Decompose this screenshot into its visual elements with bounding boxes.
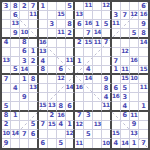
cell-r15c10[interactable]: 5 bbox=[84, 130, 93, 139]
cell-r4c1[interactable] bbox=[2, 29, 11, 38]
cell-value: 7 bbox=[123, 12, 127, 19]
cell-value: 2 bbox=[22, 3, 26, 10]
cell-r8c14[interactable]: 11 bbox=[121, 66, 130, 75]
cell-r9c9[interactable] bbox=[75, 75, 84, 84]
cell-r1c13[interactable] bbox=[112, 2, 121, 11]
cell-r2c5[interactable] bbox=[39, 11, 48, 20]
cell-r13c10[interactable]: 3 bbox=[84, 112, 93, 121]
cell-value: 15 bbox=[112, 131, 119, 137]
cell-r4c7[interactable]: 11 bbox=[57, 29, 66, 38]
cell-value: 5 bbox=[4, 103, 8, 110]
cell-r8c15[interactable] bbox=[130, 66, 139, 75]
cell-r15c4[interactable]: 6 bbox=[29, 130, 38, 139]
cell-r13c4[interactable] bbox=[29, 112, 38, 121]
cell-r10c10[interactable] bbox=[84, 84, 93, 93]
cell-r7c12[interactable] bbox=[102, 57, 111, 66]
cell-value: 15 bbox=[48, 122, 55, 128]
cell-r10c15[interactable] bbox=[130, 84, 139, 93]
cell-r10c2[interactable]: 4 bbox=[11, 84, 20, 93]
cell-r15c12[interactable] bbox=[102, 130, 111, 139]
cell-value: 8 bbox=[22, 39, 26, 46]
cell-r6c16[interactable] bbox=[139, 48, 148, 57]
cell-r2c13[interactable]: 3 bbox=[112, 11, 121, 20]
cell-r14c7[interactable]: 4 bbox=[57, 121, 66, 130]
cell-r6c4[interactable]: 1 bbox=[29, 48, 38, 57]
cell-r3c14[interactable] bbox=[121, 20, 130, 29]
cell-r3c9[interactable]: 6 bbox=[75, 20, 84, 29]
cell-r14c6[interactable]: 15 bbox=[48, 121, 57, 130]
cell-r7c11[interactable] bbox=[93, 57, 102, 66]
cell-r16c15[interactable]: 1 bbox=[130, 139, 139, 148]
cell-value: 15 bbox=[85, 40, 92, 46]
cell-r14c14[interactable] bbox=[121, 121, 130, 130]
cell-value: 6 bbox=[59, 66, 63, 73]
cell-r12c7[interactable]: 8 bbox=[57, 102, 66, 111]
cell-r7c9[interactable]: 1 bbox=[75, 57, 84, 66]
cell-r9c10[interactable]: 14 bbox=[84, 75, 93, 84]
cell-r8c2[interactable]: 5 bbox=[11, 66, 20, 75]
cell-value: 7 bbox=[22, 131, 26, 138]
cell-r13c8[interactable] bbox=[66, 112, 75, 121]
cell-r2c1[interactable] bbox=[2, 11, 11, 20]
cell-value: 16 bbox=[85, 21, 92, 27]
cell-r6c5[interactable]: 13 bbox=[39, 48, 48, 57]
cell-r14c1[interactable]: 2 bbox=[2, 121, 11, 130]
cell-r2c15[interactable]: 12 bbox=[130, 11, 139, 20]
cell-r15c7[interactable] bbox=[57, 130, 66, 139]
cell-r1c4[interactable]: 7 bbox=[29, 2, 38, 11]
cell-r2c3[interactable] bbox=[20, 11, 29, 20]
cell-r6c8[interactable] bbox=[66, 48, 75, 57]
cell-r16c14[interactable]: 14 bbox=[121, 139, 130, 148]
cell-value: 9 bbox=[13, 30, 17, 37]
cell-r10c6[interactable] bbox=[48, 84, 57, 93]
cell-r15c15[interactable]: 13 bbox=[130, 130, 139, 139]
cell-r16c13[interactable]: 4 bbox=[112, 139, 121, 148]
cell-r1c15[interactable] bbox=[130, 2, 139, 11]
cell-r11c6[interactable] bbox=[48, 93, 57, 102]
cell-value: 6 bbox=[77, 21, 81, 28]
cell-r15c13[interactable]: 15 bbox=[112, 130, 121, 139]
cell-r9c13[interactable] bbox=[112, 75, 121, 84]
cell-r5c6[interactable] bbox=[48, 39, 57, 48]
cell-value: 3 bbox=[113, 12, 117, 19]
cell-r4c8[interactable]: 2 bbox=[66, 29, 75, 38]
cell-r5c1[interactable]: 4 bbox=[2, 39, 11, 48]
cell-r10c16[interactable]: 11 bbox=[139, 84, 148, 93]
cell-r8c7[interactable]: 6 bbox=[57, 66, 66, 75]
cell-r4c6[interactable] bbox=[48, 29, 57, 38]
cell-value: 11 bbox=[130, 113, 137, 119]
cell-value: 12 bbox=[66, 131, 73, 137]
cell-r11c15[interactable] bbox=[130, 93, 139, 102]
cell-r2c6[interactable] bbox=[48, 11, 57, 20]
cell-r3c15[interactable] bbox=[130, 20, 139, 29]
cell-r6c10[interactable] bbox=[84, 48, 93, 57]
cell-r5c10[interactable]: 15 bbox=[84, 39, 93, 48]
cell-r12c13[interactable] bbox=[112, 102, 121, 111]
cell-r15c9[interactable] bbox=[75, 130, 84, 139]
cell-r13c2[interactable]: 1 bbox=[11, 112, 20, 121]
cell-value: 8 bbox=[59, 103, 63, 110]
cell-r4c3[interactable]: 10 bbox=[20, 29, 29, 38]
cell-r13c7[interactable]: 16 bbox=[57, 112, 66, 121]
cell-r4c13[interactable] bbox=[112, 29, 121, 38]
cell-r10c12[interactable]: 8 bbox=[102, 84, 111, 93]
cell-r13c13[interactable] bbox=[112, 112, 121, 121]
cell-r8c5[interactable]: 8 bbox=[39, 66, 48, 75]
cell-value: 7 bbox=[40, 121, 44, 128]
cell-r11c11[interactable] bbox=[93, 93, 102, 102]
cell-r8c8[interactable] bbox=[66, 66, 75, 75]
cell-r16c12[interactable]: 10 bbox=[102, 139, 111, 148]
cell-r14c11[interactable]: 13 bbox=[93, 121, 102, 130]
cell-r14c12[interactable] bbox=[102, 121, 111, 130]
cell-r2c8[interactable] bbox=[66, 11, 75, 20]
cell-r15c11[interactable] bbox=[93, 130, 102, 139]
cell-r9c16[interactable] bbox=[139, 75, 148, 84]
cell-r2c2[interactable]: 6 bbox=[11, 11, 20, 20]
cell-r1c12[interactable]: 12 bbox=[102, 2, 111, 11]
cell-r15c16[interactable] bbox=[139, 130, 148, 139]
cell-r5c9[interactable]: 2 bbox=[75, 39, 84, 48]
cell-r16c16[interactable]: 7 bbox=[139, 139, 148, 148]
cell-r11c2[interactable] bbox=[11, 93, 20, 102]
cell-r16c1[interactable]: 9 bbox=[2, 139, 11, 148]
cell-r11c9[interactable] bbox=[75, 93, 84, 102]
cell-r3c10[interactable]: 16 bbox=[84, 20, 93, 29]
cell-r5c16[interactable]: 14 bbox=[139, 39, 148, 48]
cell-r6c15[interactable] bbox=[130, 48, 139, 57]
cell-r4c12[interactable] bbox=[102, 29, 111, 38]
cell-value: 8 bbox=[67, 21, 71, 28]
cell-r1c7[interactable] bbox=[57, 2, 66, 11]
cell-r16c4[interactable] bbox=[29, 139, 38, 148]
cell-r14c10[interactable] bbox=[84, 121, 93, 130]
cell-r9c7[interactable]: 12 bbox=[57, 75, 66, 84]
cell-value: 5 bbox=[31, 121, 35, 128]
cell-r14c2[interactable] bbox=[11, 121, 20, 130]
cell-r3c4[interactable] bbox=[29, 20, 38, 29]
cell-r10c14[interactable]: 5 bbox=[121, 84, 130, 93]
cell-r1c14[interactable] bbox=[121, 2, 130, 11]
cell-r3c16[interactable]: 9 bbox=[139, 20, 148, 29]
cell-r4c4[interactable] bbox=[29, 29, 38, 38]
cell-r9c1[interactable]: 7 bbox=[2, 75, 11, 84]
cell-value: 16 bbox=[39, 40, 46, 46]
cell-r8c10[interactable]: 4 bbox=[84, 66, 93, 75]
cell-r16c11[interactable] bbox=[93, 139, 102, 148]
cell-r5c3[interactable]: 8 bbox=[20, 39, 29, 48]
cell-r16c6[interactable] bbox=[48, 139, 57, 148]
cell-r13c15[interactable]: 11 bbox=[130, 112, 139, 121]
cell-r4c2[interactable]: 9 bbox=[11, 29, 20, 38]
cell-value: 7 bbox=[77, 112, 81, 119]
cell-r10c8[interactable]: 14 bbox=[66, 84, 75, 93]
cell-r9c15[interactable]: 10 bbox=[130, 75, 139, 84]
cell-r3c12[interactable]: 5 bbox=[102, 20, 111, 29]
cell-r14c8[interactable]: 1 bbox=[66, 121, 75, 130]
cell-r11c5[interactable] bbox=[39, 93, 48, 102]
cell-r8c3[interactable]: 14 bbox=[20, 66, 29, 75]
cell-r11c13[interactable]: 16 bbox=[112, 93, 121, 102]
cell-r15c1[interactable]: 10 bbox=[2, 130, 11, 139]
cell-r9c8[interactable] bbox=[66, 75, 75, 84]
cell-value: 6 bbox=[141, 3, 145, 10]
cell-r15c3[interactable]: 7 bbox=[20, 130, 29, 139]
cell-value: 7 bbox=[31, 3, 35, 10]
cell-value: 14 bbox=[140, 40, 147, 46]
cell-r14c15[interactable]: 9 bbox=[130, 121, 139, 130]
cell-r12c10[interactable] bbox=[84, 102, 93, 111]
cell-r13c5[interactable] bbox=[39, 112, 48, 121]
cell-r5c14[interactable] bbox=[121, 39, 130, 48]
cell-value: 12 bbox=[75, 122, 82, 128]
cell-value: 3 bbox=[49, 21, 53, 28]
cell-r4c15[interactable]: 5 bbox=[130, 29, 139, 38]
cell-r16c5[interactable]: 6 bbox=[39, 139, 48, 148]
cell-r9c5[interactable] bbox=[39, 75, 48, 84]
cell-r6c7[interactable] bbox=[57, 48, 66, 57]
cell-r2c7[interactable]: 15 bbox=[57, 11, 66, 20]
cell-r11c8[interactable] bbox=[66, 93, 75, 102]
cell-r15c2[interactable]: 14 bbox=[11, 130, 20, 139]
cell-value: 11 bbox=[66, 58, 73, 64]
cell-r10c1[interactable] bbox=[2, 84, 11, 93]
cell-r12c8[interactable]: 6 bbox=[66, 102, 75, 111]
cell-r5c11[interactable]: 11 bbox=[93, 39, 102, 48]
cell-r6c9[interactable] bbox=[75, 48, 84, 57]
cell-r5c2[interactable] bbox=[11, 39, 20, 48]
cell-r9c3[interactable]: 1 bbox=[20, 75, 29, 84]
cell-value: 4 bbox=[59, 121, 63, 128]
cell-r8c13[interactable]: 1 bbox=[112, 66, 121, 75]
cell-r1c1[interactable]: 3 bbox=[2, 2, 11, 11]
cell-r16c10[interactable] bbox=[84, 139, 93, 148]
cell-value: 6 bbox=[40, 140, 44, 147]
cell-r2c11[interactable] bbox=[93, 11, 102, 20]
cell-value: 9 bbox=[22, 94, 26, 101]
cell-r10c11[interactable] bbox=[93, 84, 102, 93]
cell-r6c2[interactable] bbox=[11, 48, 20, 57]
cell-r7c3[interactable]: 3 bbox=[20, 57, 29, 66]
cell-r15c5[interactable] bbox=[39, 130, 48, 139]
cell-r8c1[interactable] bbox=[2, 66, 11, 75]
cell-r3c1[interactable] bbox=[2, 20, 11, 29]
cell-r12c1[interactable]: 5 bbox=[2, 102, 11, 111]
cell-value: 11 bbox=[75, 141, 82, 147]
cell-r13c11[interactable] bbox=[93, 112, 102, 121]
cell-r6c12[interactable] bbox=[102, 48, 111, 57]
cell-r2c10[interactable] bbox=[84, 11, 93, 20]
cell-value: 4 bbox=[4, 39, 8, 46]
cell-r3c3[interactable] bbox=[20, 20, 29, 29]
cell-r8c9[interactable] bbox=[75, 66, 84, 75]
cell-r5c15[interactable] bbox=[130, 39, 139, 48]
cell-r12c15[interactable] bbox=[130, 102, 139, 111]
cell-r4c10[interactable]: 7 bbox=[84, 29, 93, 38]
cell-r12c4[interactable] bbox=[29, 102, 38, 111]
cell-value: 14 bbox=[11, 131, 18, 137]
cell-r12c3[interactable] bbox=[20, 102, 29, 111]
cell-r13c9[interactable]: 7 bbox=[75, 112, 84, 121]
cell-value: 7 bbox=[141, 140, 145, 147]
cell-r7c1[interactable]: 13 bbox=[2, 57, 11, 66]
cell-value: 15 bbox=[57, 12, 64, 18]
cell-value: 7 bbox=[113, 58, 117, 65]
cell-r7c4[interactable]: 2 bbox=[29, 57, 38, 66]
cell-r2c4[interactable]: 11 bbox=[29, 11, 38, 20]
cell-r2c12[interactable] bbox=[102, 11, 111, 20]
cell-r10c3[interactable] bbox=[20, 84, 29, 93]
cell-r1c2[interactable]: 8 bbox=[11, 2, 20, 11]
cell-value: 15 bbox=[140, 67, 147, 73]
cell-value: 16 bbox=[75, 85, 82, 91]
cell-r11c12[interactable]: 4 bbox=[102, 93, 111, 102]
cell-r5c8[interactable] bbox=[66, 39, 75, 48]
cell-r14c13[interactable] bbox=[112, 121, 121, 130]
cell-r1c8[interactable]: 5 bbox=[66, 2, 75, 11]
cell-r7c16[interactable] bbox=[139, 57, 148, 66]
cell-r14c16[interactable] bbox=[139, 121, 148, 130]
cell-value: 15 bbox=[121, 76, 128, 82]
cell-value: 6 bbox=[31, 131, 35, 138]
cell-r16c3[interactable] bbox=[20, 139, 29, 148]
cell-r12c2[interactable] bbox=[11, 102, 20, 111]
cell-r10c5[interactable] bbox=[39, 84, 48, 93]
cell-r9c12[interactable]: 9 bbox=[102, 75, 111, 84]
cell-r9c2[interactable] bbox=[11, 75, 20, 84]
cell-r15c6[interactable] bbox=[48, 130, 57, 139]
cell-r8c16[interactable]: 15 bbox=[139, 66, 148, 75]
cell-r10c7[interactable] bbox=[57, 84, 66, 93]
cell-r2c16[interactable]: 16 bbox=[139, 11, 148, 20]
cell-r9c4[interactable]: 8 bbox=[29, 75, 38, 84]
cell-r14c9[interactable]: 12 bbox=[75, 121, 84, 130]
cell-r8c6[interactable] bbox=[48, 66, 57, 75]
cell-value: 13 bbox=[48, 103, 55, 109]
cell-r7c6[interactable] bbox=[48, 57, 57, 66]
cell-r15c14[interactable] bbox=[121, 130, 130, 139]
cell-r1c5[interactable]: 1 bbox=[39, 2, 48, 11]
cell-r11c1[interactable] bbox=[2, 93, 11, 102]
cell-r16c2[interactable] bbox=[11, 139, 20, 148]
cell-r16c9[interactable]: 11 bbox=[75, 139, 84, 148]
cell-r8c12[interactable] bbox=[102, 66, 111, 75]
cell-r12c16[interactable]: 1 bbox=[139, 102, 148, 111]
cell-r4c5[interactable] bbox=[39, 29, 48, 38]
cell-r5c13[interactable] bbox=[112, 39, 121, 48]
cell-r12c9[interactable] bbox=[75, 102, 84, 111]
cell-r12c6[interactable]: 13 bbox=[48, 102, 57, 111]
cell-value: 10 bbox=[130, 76, 137, 82]
cell-r4c11[interactable]: 14 bbox=[93, 29, 102, 38]
cell-r16c8[interactable] bbox=[66, 139, 75, 148]
cell-r6c3[interactable]: 6 bbox=[20, 48, 29, 57]
cell-r6c11[interactable] bbox=[93, 48, 102, 57]
cell-r13c1[interactable]: 8 bbox=[2, 112, 11, 121]
cell-r1c11[interactable] bbox=[93, 2, 102, 11]
cell-r3c8[interactable]: 8 bbox=[66, 20, 75, 29]
cell-value: 8 bbox=[40, 66, 44, 73]
cell-r3c13[interactable]: 11 bbox=[112, 20, 121, 29]
cell-r10c9[interactable]: 16 bbox=[75, 84, 84, 93]
cell-r7c8[interactable]: 11 bbox=[66, 57, 75, 66]
cell-r3c6[interactable]: 3 bbox=[48, 20, 57, 29]
cell-r9c14[interactable]: 15 bbox=[121, 75, 130, 84]
cell-r10c4[interactable]: 13 bbox=[29, 84, 38, 93]
cell-r6c13[interactable] bbox=[112, 48, 121, 57]
cell-r5c12[interactable]: 7 bbox=[102, 39, 111, 48]
cell-r5c7[interactable] bbox=[57, 39, 66, 48]
cell-r3c5[interactable] bbox=[39, 20, 48, 29]
cell-r1c6[interactable] bbox=[48, 2, 57, 11]
cell-r4c9[interactable] bbox=[75, 29, 84, 38]
cell-r12c11[interactable] bbox=[93, 102, 102, 111]
cell-r6c6[interactable] bbox=[48, 48, 57, 57]
cell-r14c3[interactable] bbox=[20, 121, 29, 130]
cell-r8c4[interactable] bbox=[29, 66, 38, 75]
cell-r9c6[interactable] bbox=[48, 75, 57, 84]
cell-value: 8 bbox=[141, 30, 145, 37]
cell-r11c4[interactable] bbox=[29, 93, 38, 102]
cell-r5c4[interactable] bbox=[29, 39, 38, 48]
cell-r3c11[interactable]: 1 bbox=[93, 20, 102, 29]
cell-r1c16[interactable]: 6 bbox=[139, 2, 148, 11]
cell-r1c3[interactable]: 2 bbox=[20, 2, 29, 11]
cell-r2c9[interactable]: 13 bbox=[75, 11, 84, 20]
cell-r11c16[interactable] bbox=[139, 93, 148, 102]
cell-r6c1[interactable] bbox=[2, 48, 11, 57]
cell-r13c16[interactable] bbox=[139, 112, 148, 121]
cell-r12c12[interactable]: 11 bbox=[102, 102, 111, 111]
cell-value: 16 bbox=[57, 113, 64, 119]
cell-r13c14[interactable]: 6 bbox=[121, 112, 130, 121]
cell-r1c9[interactable] bbox=[75, 2, 84, 11]
cell-r16c7[interactable]: 5 bbox=[57, 139, 66, 148]
cell-r10c13[interactable]: 6 bbox=[112, 84, 121, 93]
cell-r3c7[interactable] bbox=[57, 20, 66, 29]
cell-r9c11[interactable] bbox=[93, 75, 102, 84]
cell-r11c7[interactable] bbox=[57, 93, 66, 102]
cell-r5c5[interactable]: 16 bbox=[39, 39, 48, 48]
cell-r12c14[interactable]: 4 bbox=[121, 102, 130, 111]
cell-value: 1 bbox=[77, 58, 81, 65]
cell-r11c10[interactable] bbox=[84, 93, 93, 102]
cell-value: 11 bbox=[94, 40, 101, 46]
cell-r7c15[interactable]: 16 bbox=[130, 57, 139, 66]
cell-r4c14[interactable] bbox=[121, 29, 130, 38]
cell-r2c14[interactable]: 7 bbox=[121, 11, 130, 20]
cell-r1c10[interactable]: 11 bbox=[84, 2, 93, 11]
cell-r4c16[interactable]: 8 bbox=[139, 29, 148, 38]
cell-r13c3[interactable] bbox=[20, 112, 29, 121]
cell-r13c6[interactable]: 2 bbox=[48, 112, 57, 121]
cell-r3c2[interactable]: 13 bbox=[11, 20, 20, 29]
cell-r11c3[interactable]: 9 bbox=[20, 93, 29, 102]
cell-r14c5[interactable]: 7 bbox=[39, 121, 48, 130]
cell-r13c12[interactable] bbox=[102, 112, 111, 121]
cell-r15c8[interactable]: 12 bbox=[66, 130, 75, 139]
cell-r12c5[interactable]: 15 bbox=[39, 102, 48, 111]
cell-r14c4[interactable]: 5 bbox=[29, 121, 38, 130]
cell-r6c14[interactable]: 12 bbox=[121, 48, 130, 57]
cell-r8c11[interactable] bbox=[93, 66, 102, 75]
cell-value: 1 bbox=[40, 3, 44, 10]
cell-value: 6 bbox=[67, 103, 71, 110]
cell-r11c14[interactable]: 3 bbox=[121, 93, 130, 102]
cell-r7c14[interactable] bbox=[121, 57, 130, 66]
